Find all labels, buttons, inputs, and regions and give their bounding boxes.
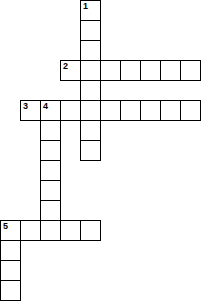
grid-cell[interactable] bbox=[0, 240, 21, 261]
grid-cell[interactable]: 3 bbox=[20, 100, 41, 121]
grid-cell[interactable]: 1 bbox=[80, 0, 101, 21]
grid-cell[interactable] bbox=[80, 220, 101, 241]
grid-cell[interactable] bbox=[40, 180, 61, 201]
clue-number: 4 bbox=[43, 101, 48, 111]
grid-cell[interactable] bbox=[80, 120, 101, 141]
grid-cell[interactable] bbox=[80, 40, 101, 61]
grid-cell[interactable] bbox=[40, 160, 61, 181]
grid-cell[interactable] bbox=[140, 60, 161, 81]
grid-cell[interactable] bbox=[120, 60, 141, 81]
grid-cell[interactable] bbox=[180, 60, 201, 81]
grid-cell[interactable]: 4 bbox=[40, 100, 61, 121]
grid-cell[interactable] bbox=[80, 140, 101, 161]
grid-cell[interactable]: 2 bbox=[60, 60, 81, 81]
grid-cell[interactable] bbox=[0, 280, 21, 301]
grid-cell[interactable] bbox=[40, 200, 61, 221]
clue-number: 2 bbox=[63, 61, 68, 71]
grid-cell[interactable] bbox=[140, 100, 161, 121]
clue-number: 1 bbox=[83, 1, 88, 11]
clue-number: 3 bbox=[23, 101, 28, 111]
clue-number: 5 bbox=[3, 221, 8, 231]
grid-cell[interactable] bbox=[60, 220, 81, 241]
grid-cell[interactable] bbox=[160, 100, 181, 121]
grid-cell[interactable] bbox=[80, 60, 101, 81]
grid-cell[interactable] bbox=[80, 20, 101, 41]
grid-cell[interactable]: 5 bbox=[0, 220, 21, 241]
crossword-grid: 12345 bbox=[0, 0, 201, 301]
grid-cell[interactable] bbox=[120, 100, 141, 121]
grid-cell[interactable] bbox=[0, 260, 21, 281]
grid-cell[interactable] bbox=[20, 220, 41, 241]
grid-cell[interactable] bbox=[40, 120, 61, 141]
grid-cell[interactable] bbox=[60, 100, 81, 121]
grid-cell[interactable] bbox=[180, 100, 201, 121]
grid-cell[interactable] bbox=[40, 220, 61, 241]
grid-cell[interactable] bbox=[40, 140, 61, 161]
grid-cell[interactable] bbox=[100, 60, 121, 81]
grid-cell[interactable] bbox=[80, 100, 101, 121]
grid-cell[interactable] bbox=[100, 100, 121, 121]
grid-cell[interactable] bbox=[160, 60, 181, 81]
grid-cell[interactable] bbox=[80, 80, 101, 101]
